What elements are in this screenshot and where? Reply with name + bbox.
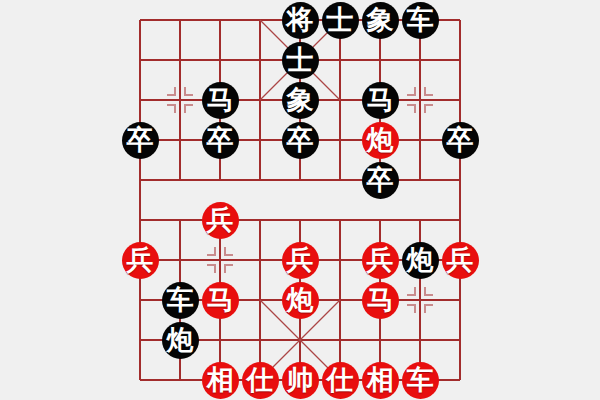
piece-black-cannon[interactable]: 炮	[402, 242, 439, 279]
piece-red-soldier[interactable]: 兵	[202, 202, 239, 239]
pieces-layer: 将士象车士马象马卒卒卒炮卒卒兵兵兵兵炮兵车马炮马炮相仕帅仕相车	[120, 0, 480, 400]
piece-black-soldier[interactable]: 卒	[122, 122, 159, 159]
piece-black-soldier[interactable]: 卒	[202, 122, 239, 159]
piece-red-elephant[interactable]: 相	[202, 362, 239, 399]
piece-black-elephant[interactable]: 象	[362, 2, 399, 39]
piece-red-chariot[interactable]: 车	[402, 362, 439, 399]
piece-red-soldier[interactable]: 兵	[442, 242, 479, 279]
piece-black-general[interactable]: 将	[282, 2, 319, 39]
piece-black-soldier[interactable]: 卒	[362, 162, 399, 199]
piece-black-chariot[interactable]: 车	[402, 2, 439, 39]
piece-black-elephant[interactable]: 象	[282, 82, 319, 119]
piece-black-cannon[interactable]: 炮	[162, 322, 199, 359]
piece-black-advisor[interactable]: 士	[322, 2, 359, 39]
piece-red-horse[interactable]: 马	[362, 282, 399, 319]
piece-black-horse[interactable]: 马	[202, 82, 239, 119]
piece-red-cannon[interactable]: 炮	[362, 122, 399, 159]
piece-red-horse[interactable]: 马	[202, 282, 239, 319]
screenshot-root: 将士象车士马象马卒卒卒炮卒卒兵兵兵兵炮兵车马炮马炮相仕帅仕相车	[0, 0, 600, 400]
piece-red-cannon[interactable]: 炮	[282, 282, 319, 319]
piece-black-advisor[interactable]: 士	[282, 42, 319, 79]
piece-red-advisor[interactable]: 仕	[242, 362, 279, 399]
piece-red-elephant[interactable]: 相	[362, 362, 399, 399]
piece-red-soldier[interactable]: 兵	[122, 242, 159, 279]
piece-black-horse[interactable]: 马	[362, 82, 399, 119]
piece-black-chariot[interactable]: 车	[162, 282, 199, 319]
xiangqi-board[interactable]: 将士象车士马象马卒卒卒炮卒卒兵兵兵兵炮兵车马炮马炮相仕帅仕相车	[0, 0, 600, 400]
piece-black-soldier[interactable]: 卒	[442, 122, 479, 159]
piece-black-soldier[interactable]: 卒	[282, 122, 319, 159]
piece-red-soldier[interactable]: 兵	[282, 242, 319, 279]
piece-red-general[interactable]: 帅	[282, 362, 319, 399]
piece-red-advisor[interactable]: 仕	[322, 362, 359, 399]
piece-red-soldier[interactable]: 兵	[362, 242, 399, 279]
